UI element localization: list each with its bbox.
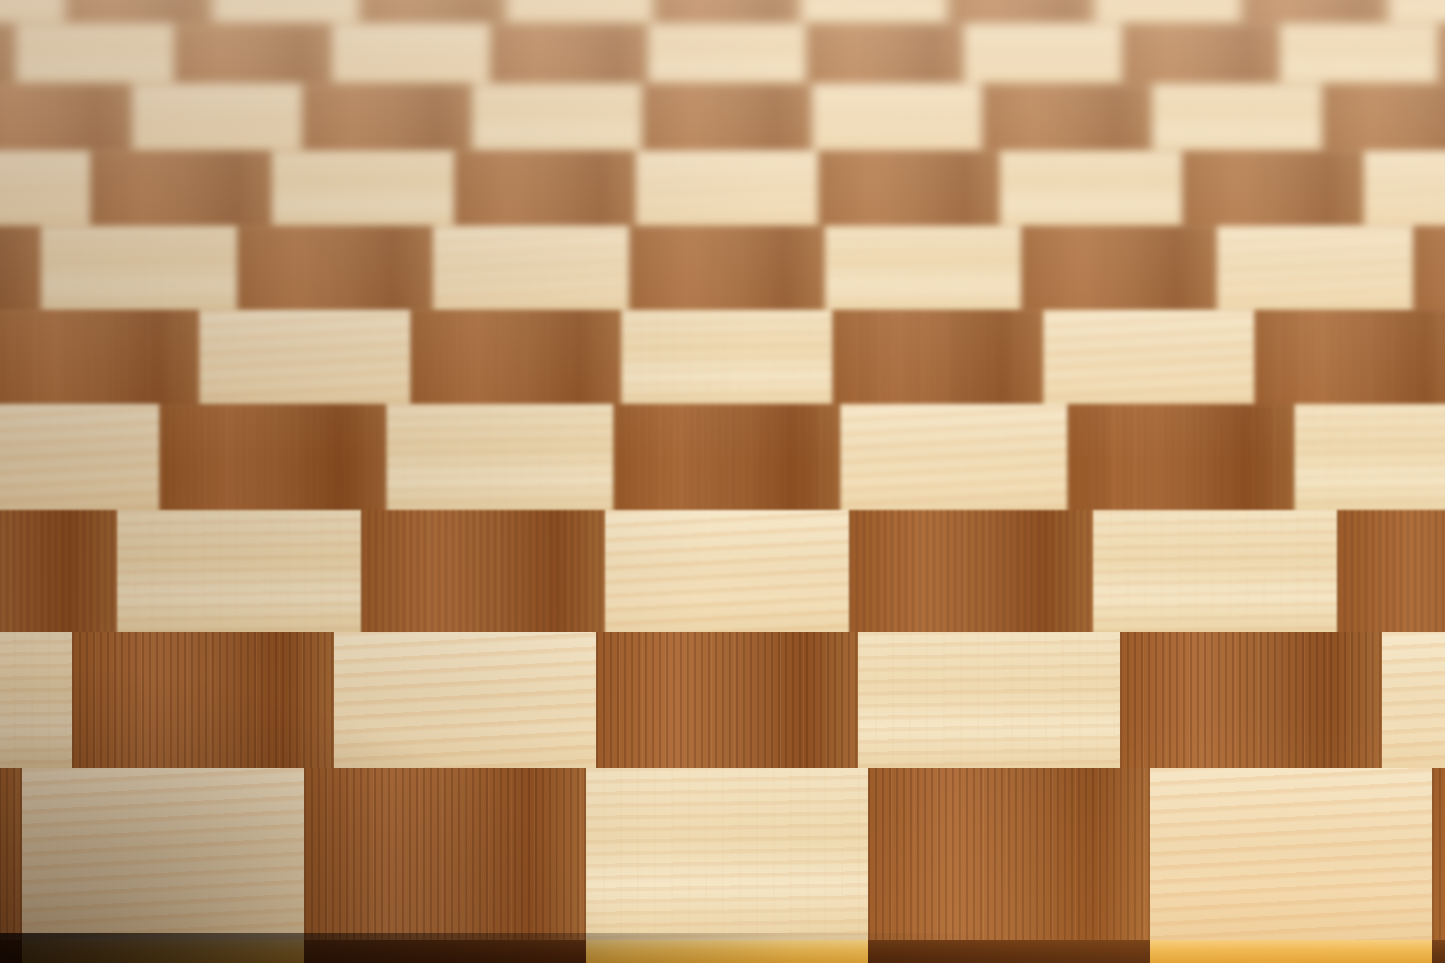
board-square-light[interactable] [472,84,642,155]
edge-segment-gold [22,940,304,963]
board-square-light[interactable] [132,84,302,155]
board-square-dark[interactable] [818,151,1000,230]
board-square-light[interactable] [1364,151,1445,230]
board-row [0,768,1445,940]
board-square-dark[interactable] [1068,404,1295,514]
board-square-dark[interactable] [642,84,812,155]
board-square-light[interactable] [586,768,868,940]
board-square-dark[interactable] [90,151,272,230]
board-square-light[interactable] [0,632,72,772]
board-square-dark[interactable] [1122,24,1280,88]
board-row [0,24,1445,88]
board-square-light[interactable] [1152,84,1322,155]
board-square-light[interactable] [841,404,1068,514]
board-square-dark[interactable] [849,510,1093,636]
board-row [0,310,1445,408]
board-square-dark[interactable] [1337,510,1445,636]
edge-segment-brown [868,940,1150,963]
board-square-light[interactable] [812,84,982,155]
board-square-dark[interactable] [174,24,332,88]
board-square-light[interactable] [858,632,1120,772]
board-square-light[interactable] [41,226,237,314]
board-square-dark[interactable] [629,226,825,314]
board-square-dark[interactable] [614,404,841,514]
board-row [0,632,1445,772]
board-square-dark[interactable] [160,404,387,514]
board-square-light[interactable] [433,226,629,314]
board-square-dark[interactable] [596,632,858,772]
board-square-dark[interactable] [302,84,472,155]
board-square-dark[interactable] [1413,226,1445,314]
board-square-light[interactable] [272,151,454,230]
board-square-light[interactable] [1280,24,1438,88]
board-square-light[interactable] [605,510,849,636]
board-square-light[interactable] [1000,151,1182,230]
board-square-dark[interactable] [0,510,117,636]
board-row [0,404,1445,514]
board-square-dark[interactable] [0,226,41,314]
board-square-dark[interactable] [361,510,605,636]
board-square-light[interactable] [1044,310,1255,408]
chessboard-photo: Close-up low-angle photograph of an empt… [0,0,1445,963]
board-square-light[interactable] [622,310,833,408]
board-square-light[interactable] [964,24,1122,88]
board-square-light[interactable] [1382,632,1445,772]
board-square-dark[interactable] [868,768,1150,940]
board-square-dark[interactable] [237,226,433,314]
board-square-light[interactable] [200,310,411,408]
edge-segment-brown [0,940,22,963]
edge-segment-brown [304,940,586,963]
board-square-dark[interactable] [1432,768,1445,940]
board-square-light[interactable] [1295,404,1445,514]
board-row [0,510,1445,636]
board-square-dark[interactable] [0,24,16,88]
board-square-light[interactable] [1093,510,1337,636]
board-square-dark[interactable] [1182,151,1364,230]
board-square-light[interactable] [825,226,1021,314]
board-square-light[interactable] [334,632,596,772]
board-square-dark[interactable] [1255,310,1445,408]
board-square-dark[interactable] [454,151,636,230]
board-square-light[interactable] [648,24,806,88]
board-front-edge [0,940,1445,963]
board-square-dark[interactable] [1120,632,1382,772]
board-square-light[interactable] [0,404,160,514]
board-square-light[interactable] [117,510,361,636]
board-square-dark[interactable] [806,24,964,88]
board-square-dark[interactable] [833,310,1044,408]
board-row [0,226,1445,314]
board-square-light[interactable] [1150,768,1432,940]
board-square-dark[interactable] [490,24,648,88]
edge-segment-gold [1150,940,1432,963]
board-square-dark[interactable] [304,768,586,940]
board-square-dark[interactable] [1438,24,1445,88]
board-square-light[interactable] [636,151,818,230]
board-square-dark[interactable] [0,768,22,940]
board-square-light[interactable] [1217,226,1413,314]
board-square-dark[interactable] [0,310,200,408]
board-row [0,151,1445,230]
board-square-light[interactable] [0,151,90,230]
board-square-light[interactable] [387,404,614,514]
board-row [0,84,1445,155]
board-square-dark[interactable] [1021,226,1217,314]
board-square-light[interactable] [16,24,174,88]
board-square-dark[interactable] [1322,84,1445,155]
board-square-light[interactable] [332,24,490,88]
board-square-dark[interactable] [72,632,334,772]
edge-segment-brown [1432,940,1445,963]
board-square-dark[interactable] [982,84,1152,155]
board-square-light[interactable] [22,768,304,940]
board-square-dark[interactable] [0,84,132,155]
edge-segment-gold [586,940,868,963]
board-square-dark[interactable] [411,310,622,408]
